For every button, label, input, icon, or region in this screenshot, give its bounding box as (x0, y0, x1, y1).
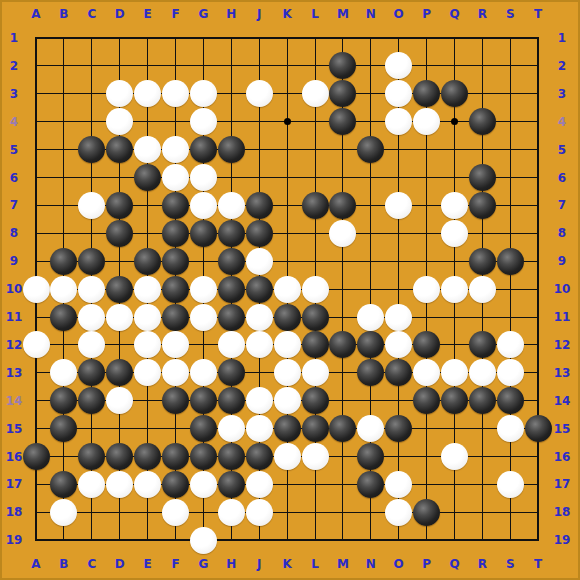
coord-bottom-G: G (192, 557, 214, 571)
coord-right-9: 9 (551, 254, 573, 268)
coord-right-10: 10 (551, 282, 573, 296)
stone-white-E13[interactable] (134, 359, 161, 386)
stone-black-B15[interactable] (50, 415, 77, 442)
stone-black-M3[interactable] (329, 80, 356, 107)
stone-black-H5[interactable] (218, 136, 245, 163)
stone-black-B14[interactable] (50, 387, 77, 414)
coord-top-A: A (25, 7, 47, 21)
stone-black-S9[interactable] (497, 248, 524, 275)
stone-white-G19[interactable] (190, 527, 217, 554)
stone-black-K11[interactable] (274, 304, 301, 331)
stone-white-E17[interactable] (134, 471, 161, 498)
stone-black-O13[interactable] (385, 359, 412, 386)
stone-white-M8[interactable] (329, 220, 356, 247)
coord-right-13: 13 (551, 366, 573, 380)
stone-black-G14[interactable] (190, 387, 217, 414)
coord-bottom-A: A (25, 557, 47, 571)
stone-black-F9[interactable] (162, 248, 189, 275)
stone-white-K12[interactable] (274, 331, 301, 358)
stone-black-L11[interactable] (302, 304, 329, 331)
coord-bottom-M: M (332, 557, 354, 571)
coord-top-D: D (109, 7, 131, 21)
stone-black-P18[interactable] (413, 499, 440, 526)
coord-left-11: 11 (3, 310, 25, 324)
stone-black-H17[interactable] (218, 471, 245, 498)
coord-bottom-R: R (471, 557, 493, 571)
stone-white-H15[interactable] (218, 415, 245, 442)
stone-white-S17[interactable] (497, 471, 524, 498)
coord-bottom-T: T (527, 557, 549, 571)
stone-white-F3[interactable] (162, 80, 189, 107)
stone-white-H7[interactable] (218, 192, 245, 219)
stone-black-L7[interactable] (302, 192, 329, 219)
stone-black-C9[interactable] (78, 248, 105, 275)
stone-white-G6[interactable] (190, 164, 217, 191)
stone-white-P13[interactable] (413, 359, 440, 386)
stone-white-E10[interactable] (134, 276, 161, 303)
stone-black-D10[interactable] (106, 276, 133, 303)
coord-bottom-D: D (109, 557, 131, 571)
stone-black-H11[interactable] (218, 304, 245, 331)
stone-white-A12[interactable] (23, 331, 50, 358)
stone-white-K10[interactable] (274, 276, 301, 303)
coord-left-5: 5 (3, 143, 25, 157)
stone-black-R4[interactable] (469, 108, 496, 135)
coord-right-4: 4 (551, 115, 573, 129)
stone-white-B10[interactable] (50, 276, 77, 303)
stone-black-J7[interactable] (246, 192, 273, 219)
coord-top-T: T (527, 7, 549, 21)
stone-white-O4[interactable] (385, 108, 412, 135)
stone-black-D8[interactable] (106, 220, 133, 247)
stone-white-O12[interactable] (385, 331, 412, 358)
stone-white-D11[interactable] (106, 304, 133, 331)
stone-black-L12[interactable] (302, 331, 329, 358)
coord-right-15: 15 (551, 422, 573, 436)
stone-white-J3[interactable] (246, 80, 273, 107)
stone-black-B9[interactable] (50, 248, 77, 275)
stone-black-F11[interactable] (162, 304, 189, 331)
stone-white-R10[interactable] (469, 276, 496, 303)
stone-black-J8[interactable] (246, 220, 273, 247)
coord-left-19: 19 (3, 533, 25, 547)
stone-black-E9[interactable] (134, 248, 161, 275)
grid-hline-19 (35, 539, 539, 541)
stone-white-B18[interactable] (50, 499, 77, 526)
stone-white-O3[interactable] (385, 80, 412, 107)
stone-black-R9[interactable] (469, 248, 496, 275)
coord-top-F: F (165, 7, 187, 21)
stone-white-K13[interactable] (274, 359, 301, 386)
stone-black-E6[interactable] (134, 164, 161, 191)
stone-white-N15[interactable] (357, 415, 384, 442)
stone-white-P4[interactable] (413, 108, 440, 135)
coord-top-C: C (81, 7, 103, 21)
stone-white-G4[interactable] (190, 108, 217, 135)
stone-black-K15[interactable] (274, 415, 301, 442)
coord-top-H: H (220, 7, 242, 21)
stone-white-P10[interactable] (413, 276, 440, 303)
stone-white-A10[interactable] (23, 276, 50, 303)
stone-black-P12[interactable] (413, 331, 440, 358)
coord-right-14: 14 (551, 394, 573, 408)
coord-left-6: 6 (3, 171, 25, 185)
coord-right-17: 17 (551, 477, 573, 491)
stone-black-F10[interactable] (162, 276, 189, 303)
stone-black-N5[interactable] (357, 136, 384, 163)
stone-white-O11[interactable] (385, 304, 412, 331)
coord-left-10: 10 (3, 282, 25, 296)
coord-bottom-Q: Q (444, 557, 466, 571)
stone-white-N11[interactable] (357, 304, 384, 331)
coord-left-2: 2 (3, 59, 25, 73)
stone-black-F17[interactable] (162, 471, 189, 498)
coord-top-P: P (416, 7, 438, 21)
stone-white-G11[interactable] (190, 304, 217, 331)
stone-black-R6[interactable] (469, 164, 496, 191)
coord-left-13: 13 (3, 366, 25, 380)
coord-bottom-C: C (81, 557, 103, 571)
coord-bottom-P: P (416, 557, 438, 571)
stone-black-R7[interactable] (469, 192, 496, 219)
coord-left-18: 18 (3, 505, 25, 519)
coord-left-12: 12 (3, 338, 25, 352)
stone-white-D4[interactable] (106, 108, 133, 135)
coord-right-3: 3 (551, 87, 573, 101)
stone-white-G3[interactable] (190, 80, 217, 107)
stone-white-C7[interactable] (78, 192, 105, 219)
grid-vline-S (510, 37, 511, 541)
coord-left-4: 4 (3, 115, 25, 129)
stone-black-H9[interactable] (218, 248, 245, 275)
stone-black-N16[interactable] (357, 443, 384, 470)
coord-right-19: 19 (551, 533, 573, 547)
coord-top-O: O (388, 7, 410, 21)
coord-left-16: 16 (3, 450, 25, 464)
stone-white-O18[interactable] (385, 499, 412, 526)
stone-white-Q16[interactable] (441, 443, 468, 470)
stone-white-R13[interactable] (469, 359, 496, 386)
stone-white-S15[interactable] (497, 415, 524, 442)
stone-black-H8[interactable] (218, 220, 245, 247)
coord-left-7: 7 (3, 198, 25, 212)
stone-black-L15[interactable] (302, 415, 329, 442)
stone-white-C10[interactable] (78, 276, 105, 303)
stone-black-A16[interactable] (23, 443, 50, 470)
stone-black-F16[interactable] (162, 443, 189, 470)
stone-white-E12[interactable] (134, 331, 161, 358)
stone-black-M15[interactable] (329, 415, 356, 442)
stone-black-D16[interactable] (106, 443, 133, 470)
stone-white-H18[interactable] (218, 499, 245, 526)
stone-white-L13[interactable] (302, 359, 329, 386)
stone-black-R14[interactable] (469, 387, 496, 414)
coord-left-8: 8 (3, 226, 25, 240)
stone-black-G16[interactable] (190, 443, 217, 470)
coord-bottom-K: K (276, 557, 298, 571)
coord-top-K: K (276, 7, 298, 21)
coord-top-J: J (248, 7, 270, 21)
coord-right-6: 6 (551, 171, 573, 185)
stone-black-G8[interactable] (190, 220, 217, 247)
stone-white-C11[interactable] (78, 304, 105, 331)
stone-black-C5[interactable] (78, 136, 105, 163)
stone-white-Q8[interactable] (441, 220, 468, 247)
stone-black-D5[interactable] (106, 136, 133, 163)
stone-white-L16[interactable] (302, 443, 329, 470)
stone-white-J18[interactable] (246, 499, 273, 526)
stone-black-B11[interactable] (50, 304, 77, 331)
coord-top-S: S (499, 7, 521, 21)
coord-top-Q: Q (444, 7, 466, 21)
stone-white-C17[interactable] (78, 471, 105, 498)
coord-bottom-F: F (165, 557, 187, 571)
stone-white-J15[interactable] (246, 415, 273, 442)
stone-black-N12[interactable] (357, 331, 384, 358)
stone-black-G5[interactable] (190, 136, 217, 163)
stone-black-D7[interactable] (106, 192, 133, 219)
coord-right-18: 18 (551, 505, 573, 519)
stone-white-D17[interactable] (106, 471, 133, 498)
coord-right-11: 11 (551, 310, 573, 324)
stone-white-Q10[interactable] (441, 276, 468, 303)
coord-right-1: 1 (551, 31, 573, 45)
stone-black-M4[interactable] (329, 108, 356, 135)
coord-bottom-S: S (499, 557, 521, 571)
stone-white-S13[interactable] (497, 359, 524, 386)
stone-white-J12[interactable] (246, 331, 273, 358)
stone-black-C14[interactable] (78, 387, 105, 414)
stone-white-O2[interactable] (385, 52, 412, 79)
stone-white-F5[interactable] (162, 136, 189, 163)
stone-white-O17[interactable] (385, 471, 412, 498)
stone-white-K14[interactable] (274, 387, 301, 414)
coord-left-15: 15 (3, 422, 25, 436)
stone-white-B13[interactable] (50, 359, 77, 386)
stone-white-G10[interactable] (190, 276, 217, 303)
stone-black-H10[interactable] (218, 276, 245, 303)
coord-right-8: 8 (551, 226, 573, 240)
stone-black-F7[interactable] (162, 192, 189, 219)
stone-white-J14[interactable] (246, 387, 273, 414)
stone-white-J17[interactable] (246, 471, 273, 498)
stone-white-G7[interactable] (190, 192, 217, 219)
stone-black-N13[interactable] (357, 359, 384, 386)
coord-top-B: B (53, 7, 75, 21)
coord-bottom-N: N (360, 557, 382, 571)
coord-right-2: 2 (551, 59, 573, 73)
hoshi-K4 (284, 118, 291, 125)
stone-black-T15[interactable] (525, 415, 552, 442)
stone-black-S14[interactable] (497, 387, 524, 414)
stone-white-K16[interactable] (274, 443, 301, 470)
coord-bottom-L: L (304, 557, 326, 571)
stone-black-G15[interactable] (190, 415, 217, 442)
stone-black-P14[interactable] (413, 387, 440, 414)
stone-black-L14[interactable] (302, 387, 329, 414)
coord-bottom-E: E (137, 557, 159, 571)
stone-black-P3[interactable] (413, 80, 440, 107)
coord-left-9: 9 (3, 254, 25, 268)
stone-white-D3[interactable] (106, 80, 133, 107)
stone-white-E5[interactable] (134, 136, 161, 163)
go-board[interactable]: AA11BB22CC33DD44EE55FF66GG77HH88JJ99KK10… (0, 0, 580, 580)
stone-white-F18[interactable] (162, 499, 189, 526)
stone-white-D14[interactable] (106, 387, 133, 414)
coord-right-7: 7 (551, 198, 573, 212)
coord-top-L: L (304, 7, 326, 21)
stone-black-J10[interactable] (246, 276, 273, 303)
stone-black-N17[interactable] (357, 471, 384, 498)
stone-black-B17[interactable] (50, 471, 77, 498)
stone-black-M7[interactable] (329, 192, 356, 219)
stone-white-L3[interactable] (302, 80, 329, 107)
coord-bottom-O: O (388, 557, 410, 571)
coord-right-16: 16 (551, 450, 573, 464)
stone-black-D13[interactable] (106, 359, 133, 386)
coord-bottom-H: H (220, 557, 242, 571)
stone-white-F12[interactable] (162, 331, 189, 358)
grid-vline-T (537, 37, 539, 541)
stone-black-F8[interactable] (162, 220, 189, 247)
stone-black-C13[interactable] (78, 359, 105, 386)
coord-top-E: E (137, 7, 159, 21)
coord-left-14: 14 (3, 394, 25, 408)
stone-black-Q3[interactable] (441, 80, 468, 107)
stone-white-E11[interactable] (134, 304, 161, 331)
stone-white-Q7[interactable] (441, 192, 468, 219)
stone-white-C12[interactable] (78, 331, 105, 358)
stone-black-M12[interactable] (329, 331, 356, 358)
coord-right-5: 5 (551, 143, 573, 157)
coord-bottom-J: J (248, 557, 270, 571)
stone-white-J9[interactable] (246, 248, 273, 275)
stone-white-O7[interactable] (385, 192, 412, 219)
coord-bottom-B: B (53, 557, 75, 571)
coord-top-N: N (360, 7, 382, 21)
stone-white-F13[interactable] (162, 359, 189, 386)
grid-hline-18 (35, 512, 539, 513)
stone-black-E16[interactable] (134, 443, 161, 470)
coord-top-R: R (471, 7, 493, 21)
stone-white-J11[interactable] (246, 304, 273, 331)
stone-black-R12[interactable] (469, 331, 496, 358)
stone-white-G17[interactable] (190, 471, 217, 498)
stone-black-H16[interactable] (218, 443, 245, 470)
stone-black-M2[interactable] (329, 52, 356, 79)
coord-left-1: 1 (3, 31, 25, 45)
stone-black-H14[interactable] (218, 387, 245, 414)
stone-white-E3[interactable] (134, 80, 161, 107)
stone-black-F14[interactable] (162, 387, 189, 414)
stone-white-H12[interactable] (218, 331, 245, 358)
stone-black-O15[interactable] (385, 415, 412, 442)
stone-white-F6[interactable] (162, 164, 189, 191)
stone-black-Q14[interactable] (441, 387, 468, 414)
coord-top-M: M (332, 7, 354, 21)
coord-right-12: 12 (551, 338, 573, 352)
coord-top-G: G (192, 7, 214, 21)
stone-black-J16[interactable] (246, 443, 273, 470)
coord-left-3: 3 (3, 87, 25, 101)
stone-black-C16[interactable] (78, 443, 105, 470)
coord-left-17: 17 (3, 477, 25, 491)
stone-white-S12[interactable] (497, 331, 524, 358)
stone-black-H13[interactable] (218, 359, 245, 386)
stone-white-L10[interactable] (302, 276, 329, 303)
hoshi-Q4 (451, 118, 458, 125)
stone-white-G13[interactable] (190, 359, 217, 386)
stone-white-Q13[interactable] (441, 359, 468, 386)
